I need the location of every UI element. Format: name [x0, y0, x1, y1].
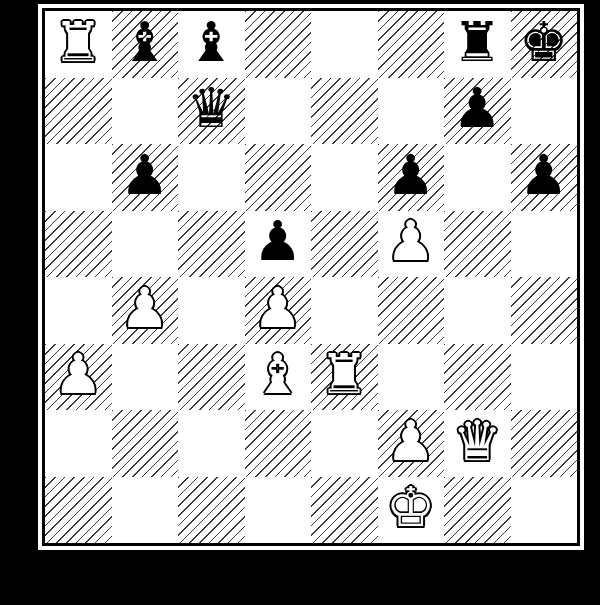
black-pawn-h6[interactable]: ♟ [519, 148, 568, 203]
square-e3[interactable]: ♜ [311, 344, 378, 411]
black-pawn-b6[interactable]: ♟ [120, 148, 169, 203]
square-e8[interactable] [311, 11, 378, 78]
white-pawn-f2[interactable]: ♟ [386, 414, 435, 469]
black-king-h8[interactable]: ♚ [519, 15, 568, 70]
square-g4[interactable] [444, 277, 511, 344]
square-h6[interactable]: ♟ [511, 144, 578, 211]
board-frame: ♜♝♝♜♚♛♟♟♟♟♟♟♟♟♟♝♜♟♛♚ [38, 4, 584, 550]
white-bishop-d3[interactable]: ♝ [253, 347, 302, 402]
black-bishop-c8[interactable]: ♝ [187, 15, 236, 70]
square-b1[interactable] [112, 477, 179, 544]
square-b6[interactable]: ♟ [112, 144, 179, 211]
white-queen-g2[interactable]: ♛ [453, 414, 502, 469]
square-f5[interactable]: ♟ [378, 211, 445, 278]
square-a1[interactable] [45, 477, 112, 544]
white-pawn-d4[interactable]: ♟ [253, 281, 302, 336]
square-c7[interactable]: ♛ [178, 78, 245, 145]
square-a7[interactable] [45, 78, 112, 145]
square-a4[interactable] [45, 277, 112, 344]
square-c8[interactable]: ♝ [178, 11, 245, 78]
square-f1[interactable]: ♚ [378, 477, 445, 544]
square-b2[interactable] [112, 410, 179, 477]
white-rook-e3[interactable]: ♜ [320, 347, 369, 402]
square-b5[interactable] [112, 211, 179, 278]
square-d4[interactable]: ♟ [245, 277, 312, 344]
square-h2[interactable] [511, 410, 578, 477]
square-d8[interactable] [245, 11, 312, 78]
square-b3[interactable] [112, 344, 179, 411]
square-d2[interactable] [245, 410, 312, 477]
square-e7[interactable] [311, 78, 378, 145]
square-f7[interactable] [378, 78, 445, 145]
black-rook-g8[interactable]: ♜ [453, 15, 502, 70]
square-f6[interactable]: ♟ [378, 144, 445, 211]
square-c1[interactable] [178, 477, 245, 544]
square-a2[interactable] [45, 410, 112, 477]
square-g3[interactable] [444, 344, 511, 411]
square-b4[interactable]: ♟ [112, 277, 179, 344]
square-a5[interactable] [45, 211, 112, 278]
square-g2[interactable]: ♛ [444, 410, 511, 477]
square-e5[interactable] [311, 211, 378, 278]
square-d1[interactable] [245, 477, 312, 544]
square-c2[interactable] [178, 410, 245, 477]
square-h5[interactable] [511, 211, 578, 278]
white-pawn-b4[interactable]: ♟ [120, 281, 169, 336]
square-e2[interactable] [311, 410, 378, 477]
square-c4[interactable] [178, 277, 245, 344]
square-c6[interactable] [178, 144, 245, 211]
square-b8[interactable]: ♝ [112, 11, 179, 78]
white-pawn-f5[interactable]: ♟ [386, 214, 435, 269]
square-g8[interactable]: ♜ [444, 11, 511, 78]
chess-board: ♜♝♝♜♚♛♟♟♟♟♟♟♟♟♟♝♜♟♛♚ [42, 8, 580, 546]
square-f2[interactable]: ♟ [378, 410, 445, 477]
square-d3[interactable]: ♝ [245, 344, 312, 411]
square-h7[interactable] [511, 78, 578, 145]
square-g7[interactable]: ♟ [444, 78, 511, 145]
white-pawn-a3[interactable]: ♟ [54, 347, 103, 402]
square-f8[interactable] [378, 11, 445, 78]
black-pawn-d5[interactable]: ♟ [253, 214, 302, 269]
square-e6[interactable] [311, 144, 378, 211]
square-e1[interactable] [311, 477, 378, 544]
square-f3[interactable] [378, 344, 445, 411]
square-e4[interactable] [311, 277, 378, 344]
square-c3[interactable] [178, 344, 245, 411]
square-d6[interactable] [245, 144, 312, 211]
square-h3[interactable] [511, 344, 578, 411]
square-a6[interactable] [45, 144, 112, 211]
square-g5[interactable] [444, 211, 511, 278]
square-g1[interactable] [444, 477, 511, 544]
square-c5[interactable] [178, 211, 245, 278]
square-a3[interactable]: ♟ [45, 344, 112, 411]
square-d7[interactable] [245, 78, 312, 145]
square-a8[interactable]: ♜ [45, 11, 112, 78]
black-pawn-g7[interactable]: ♟ [453, 81, 502, 136]
white-king-f1[interactable]: ♚ [386, 480, 435, 535]
white-rook-a8[interactable]: ♜ [54, 15, 103, 70]
square-b7[interactable] [112, 78, 179, 145]
black-queen-c7[interactable]: ♛ [187, 81, 236, 136]
square-h8[interactable]: ♚ [511, 11, 578, 78]
square-d5[interactable]: ♟ [245, 211, 312, 278]
square-f4[interactable] [378, 277, 445, 344]
square-g6[interactable] [444, 144, 511, 211]
square-h1[interactable] [511, 477, 578, 544]
black-pawn-f6[interactable]: ♟ [386, 148, 435, 203]
square-h4[interactable] [511, 277, 578, 344]
black-bishop-b8[interactable]: ♝ [120, 15, 169, 70]
